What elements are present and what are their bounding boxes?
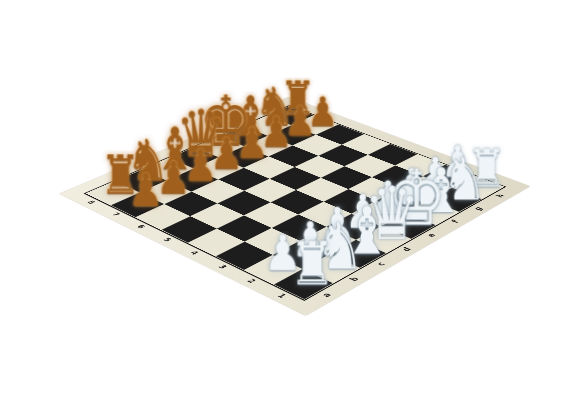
board-stage: 87654321abcdefgh♜♞♝♛♚♝♞♜♟♟♟♟♟♟♟♟♟♟♟♟♟♟♟♟…	[80, 29, 509, 369]
chessboard-vinyl-mat: 87654321abcdefgh♜♞♝♛♚♝♞♜♟♟♟♟♟♟♟♟♟♟♟♟♟♟♟♟…	[60, 97, 530, 316]
black-pawn-a7: ♟	[128, 169, 163, 212]
white-rook-a1: ♜	[290, 236, 336, 293]
product-photo-scene: 87654321abcdefgh♜♞♝♛♚♝♞♜♟♟♟♟♟♟♟♟♟♟♟♟♟♟♟♟…	[0, 0, 587, 400]
